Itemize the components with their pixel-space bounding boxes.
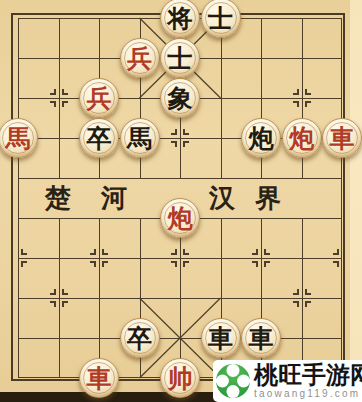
clover-logo-icon — [209, 357, 257, 402]
piece-red-soldier[interactable]: 兵 — [120, 38, 160, 78]
photo-edge-strip — [350, 0, 362, 402]
piece-red-chariot[interactable]: 車 — [79, 358, 119, 398]
point-marker — [171, 129, 177, 135]
point-marker — [183, 141, 189, 147]
piece-character: 車 — [323, 119, 361, 157]
board-cell — [221, 58, 262, 98]
point-marker — [102, 249, 108, 255]
point-marker — [305, 301, 311, 307]
point-marker — [102, 261, 108, 267]
piece-character: 車 — [242, 319, 280, 357]
piece-black-elephant[interactable]: 象 — [160, 78, 200, 118]
point-marker — [305, 89, 311, 95]
point-marker — [305, 101, 311, 107]
point-marker — [333, 249, 339, 255]
board-cell — [18, 338, 59, 378]
piece-character: 士 — [202, 0, 240, 37]
point-marker — [21, 249, 27, 255]
piece-character: 車 — [202, 319, 240, 357]
point-marker — [62, 289, 68, 295]
point-marker — [293, 101, 299, 107]
piece-character: 卒 — [121, 319, 159, 357]
point-marker — [183, 129, 189, 135]
board-cell — [261, 18, 302, 58]
board-cell — [18, 18, 59, 58]
point-marker — [293, 289, 299, 295]
point-marker — [62, 89, 68, 95]
piece-character: 炮 — [242, 119, 280, 157]
point-marker — [50, 301, 56, 307]
point-marker — [50, 89, 56, 95]
point-marker — [183, 249, 189, 255]
point-marker — [62, 301, 68, 307]
river-label-chu-he: 楚河 — [45, 181, 157, 216]
piece-character: 馬 — [0, 119, 37, 157]
piece-black-cannon[interactable]: 炮 — [241, 118, 281, 158]
point-marker — [90, 249, 96, 255]
river-label-han-jie: 汉界 — [209, 181, 301, 216]
piece-character: 兵 — [121, 39, 159, 77]
piece-black-soldier[interactable]: 卒 — [79, 118, 119, 158]
watermark: 桃旺手游网 taowang119.com — [213, 360, 362, 402]
point-marker — [171, 261, 177, 267]
piece-black-advisor[interactable]: 士 — [201, 0, 241, 38]
point-marker — [333, 261, 339, 267]
point-marker — [171, 141, 177, 147]
point-marker — [50, 289, 56, 295]
point-marker — [90, 261, 96, 267]
piece-character: 帅 — [161, 359, 199, 397]
watermark-site-name: 桃旺手游网 — [254, 363, 362, 387]
point-marker — [50, 101, 56, 107]
piece-character: 将 — [161, 0, 199, 37]
piece-black-advisor[interactable]: 士 — [160, 38, 200, 78]
point-marker — [252, 261, 258, 267]
piece-character: 炮 — [283, 119, 321, 157]
piece-red-horse[interactable]: 馬 — [0, 118, 38, 158]
point-marker — [21, 261, 27, 267]
point-marker — [264, 261, 270, 267]
watermark-site-url: taowang119.com — [254, 389, 362, 399]
piece-black-horse[interactable]: 馬 — [120, 118, 160, 158]
piece-red-cannon[interactable]: 炮 — [160, 198, 200, 238]
board-cell — [302, 18, 343, 58]
piece-black-general[interactable]: 将 — [160, 0, 200, 38]
piece-character: 兵 — [80, 79, 118, 117]
piece-red-chariot[interactable]: 車 — [322, 118, 362, 158]
piece-black-chariot[interactable]: 車 — [201, 318, 241, 358]
piece-character: 士 — [161, 39, 199, 77]
piece-red-cannon[interactable]: 炮 — [282, 118, 322, 158]
point-marker — [293, 301, 299, 307]
point-marker — [62, 101, 68, 107]
point-marker — [171, 249, 177, 255]
point-marker — [305, 289, 311, 295]
point-marker — [183, 261, 189, 267]
board-cell — [302, 178, 343, 218]
point-marker — [264, 249, 270, 255]
piece-black-soldier[interactable]: 卒 — [120, 318, 160, 358]
piece-black-chariot[interactable]: 車 — [241, 318, 281, 358]
piece-character: 象 — [161, 79, 199, 117]
board-cell — [59, 18, 100, 58]
point-marker — [293, 89, 299, 95]
piece-character: 卒 — [80, 119, 118, 157]
piece-character: 炮 — [161, 199, 199, 237]
piece-red-general[interactable]: 帅 — [160, 358, 200, 398]
piece-character: 馬 — [121, 119, 159, 157]
xiangqi-board: 楚河 汉界 将士兵士兵象馬卒馬炮炮車炮卒車車車帅 桃旺手游网 taowang11… — [0, 0, 362, 402]
piece-red-soldier[interactable]: 兵 — [79, 78, 119, 118]
point-marker — [252, 249, 258, 255]
piece-character: 車 — [80, 359, 118, 397]
